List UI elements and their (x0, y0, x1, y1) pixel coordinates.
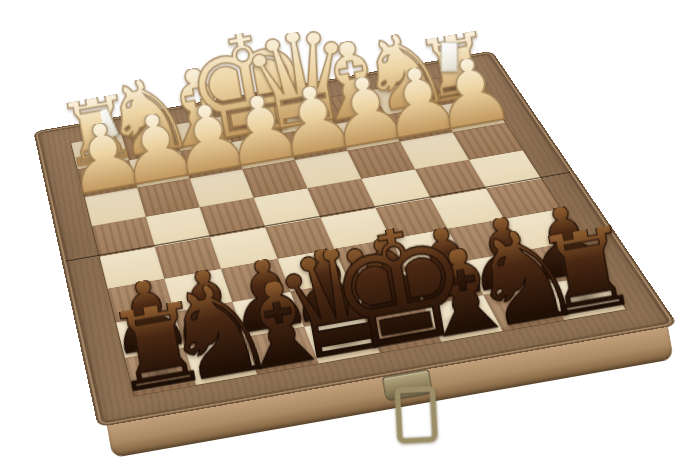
square-b8[interactable]: ♞ (483, 285, 564, 331)
chess-board: ♜♞♝♚♛♝♞♜♟♟♟♟♟♟♟♟♟♟♟♟♟♟♟♟♜♞♝♛♚♝♞♜ (33, 51, 678, 428)
piece-bN-g8[interactable]: ♞ (153, 274, 281, 387)
chess-set-photo: ♜♞♝♚♛♝♞♜♟♟♟♟♟♟♟♟♟♟♟♟♟♟♟♟♜♞♝♛♚♝♞♜ (0, 0, 680, 466)
clasp-latch (379, 368, 435, 404)
piece-bN-b8[interactable]: ♞ (460, 220, 588, 333)
box-rotation-wrapper: ♜♞♝♚♛♝♞♜♟♟♟♟♟♟♟♟♟♟♟♟♟♟♟♟♜♞♝♛♚♝♞♜ (0, 0, 680, 466)
piece-bK-d8[interactable]: ♚ (320, 216, 480, 357)
square-a2[interactable]: ♟ (437, 97, 505, 132)
perspective-scene: ♜♞♝♚♛♝♞♜♟♟♟♟♟♟♟♟♟♟♟♟♟♟♟♟♜♞♝♛♚♝♞♜ (17, 0, 619, 466)
square-d8[interactable]: ♚ (364, 306, 442, 353)
playing-area: ♜♞♝♚♛♝♞♜♟♟♟♟♟♟♟♟♟♟♟♟♟♟♟♟♜♞♝♛♚♝♞♜ (71, 72, 625, 396)
latch-loop (394, 386, 438, 445)
piece-wP-a2[interactable]: ♟ (426, 52, 519, 134)
square-g8[interactable]: ♞ (185, 337, 257, 385)
